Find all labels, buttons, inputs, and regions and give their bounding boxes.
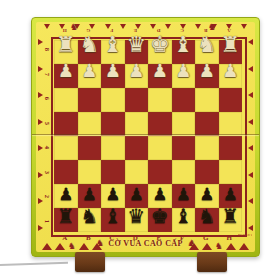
- square-g1[interactable]: ♞: [195, 208, 219, 232]
- square-d7[interactable]: ♟: [125, 64, 149, 88]
- square-d6[interactable]: [125, 88, 149, 112]
- product-photo: ♞ ♞ ABCDEFGH 87654321 87654321 ♜♞♝♛♚♝♞♜♟…: [0, 0, 280, 280]
- board-fold-hinge-line: [32, 134, 259, 135]
- square-c5[interactable]: [101, 112, 125, 136]
- knight-motif: ♞: [96, 239, 104, 248]
- square-f1[interactable]: ♝: [172, 208, 196, 232]
- piece-white-rook[interactable]: ♜: [56, 34, 76, 56]
- square-e4[interactable]: [148, 136, 172, 160]
- square-f3[interactable]: [172, 160, 196, 184]
- square-f7[interactable]: ♟: [172, 64, 196, 88]
- piece-white-bishop[interactable]: ♝: [103, 34, 123, 56]
- piece-black-pawn[interactable]: ♟: [176, 186, 191, 203]
- square-h3[interactable]: [219, 160, 243, 184]
- square-c3[interactable]: [101, 160, 125, 184]
- piece-black-pawn[interactable]: ♟: [223, 186, 238, 203]
- square-b3[interactable]: [78, 160, 102, 184]
- board-frame: ♜♞♝♛♚♝♞♜♟♟♟♟♟♟♟♟♟♟♟♟♟♟♟♟♜♞♝♛♚♝♞♜: [51, 37, 247, 237]
- piece-black-rook[interactable]: ♜: [57, 206, 75, 226]
- square-e3[interactable]: [148, 160, 172, 184]
- piece-white-pawn[interactable]: ♟: [199, 62, 215, 80]
- piece-black-queen[interactable]: ♛: [127, 206, 145, 226]
- square-h5[interactable]: [219, 112, 243, 136]
- square-e6[interactable]: [148, 88, 172, 112]
- piece-black-king[interactable]: ♚: [151, 206, 169, 226]
- piece-black-bishop[interactable]: ♝: [174, 206, 192, 226]
- square-c1[interactable]: ♝: [101, 208, 125, 232]
- board-grid: ♜♞♝♛♚♝♞♜♟♟♟♟♟♟♟♟♟♟♟♟♟♟♟♟♜♞♝♛♚♝♞♜: [54, 40, 242, 232]
- triangle-ornament: [248, 225, 253, 231]
- piece-white-pawn[interactable]: ♟: [58, 62, 74, 80]
- chess-board: ♞ ♞ ABCDEFGH 87654321 87654321 ♜♞♝♛♚♝♞♜♟…: [31, 17, 260, 257]
- piece-black-bishop[interactable]: ♝: [104, 206, 122, 226]
- piece-white-knight[interactable]: ♞: [197, 34, 217, 56]
- piece-white-king[interactable]: ♚: [150, 34, 170, 56]
- piece-black-pawn[interactable]: ♟: [82, 186, 97, 203]
- square-a7[interactable]: ♟: [54, 64, 78, 88]
- square-f5[interactable]: [172, 112, 196, 136]
- board-title: CỜ VUA CAO CẤP: [108, 239, 183, 248]
- square-g4[interactable]: [195, 136, 219, 160]
- knight-motif: ♞: [187, 239, 195, 248]
- square-c6[interactable]: [101, 88, 125, 112]
- square-b7[interactable]: ♟: [78, 64, 102, 88]
- square-b4[interactable]: [78, 136, 102, 160]
- square-c7[interactable]: ♟: [101, 64, 125, 88]
- square-a5[interactable]: [54, 112, 78, 136]
- square-h1[interactable]: ♜: [219, 208, 243, 232]
- piece-white-pawn[interactable]: ♟: [222, 62, 238, 80]
- square-h6[interactable]: [219, 88, 243, 112]
- square-e5[interactable]: [148, 112, 172, 136]
- piece-white-pawn[interactable]: ♟: [152, 62, 168, 80]
- piece-white-queen[interactable]: ♛: [126, 34, 146, 56]
- square-a1[interactable]: ♜: [54, 208, 78, 232]
- clasp-latch-right: [197, 252, 227, 272]
- square-e7[interactable]: ♟: [148, 64, 172, 88]
- border-triangles-right: [248, 39, 253, 231]
- square-f4[interactable]: [172, 136, 196, 160]
- square-b6[interactable]: [78, 88, 102, 112]
- piece-black-knight[interactable]: ♞: [80, 206, 98, 226]
- maker-mark: Made in Viet Nam: [238, 234, 252, 238]
- square-b5[interactable]: [78, 112, 102, 136]
- square-a4[interactable]: [54, 136, 78, 160]
- square-d1[interactable]: ♛: [125, 208, 149, 232]
- square-a6[interactable]: [54, 88, 78, 112]
- piece-black-pawn[interactable]: ♟: [152, 186, 167, 203]
- piece-white-pawn[interactable]: ♟: [175, 62, 191, 80]
- piece-white-bishop[interactable]: ♝: [173, 34, 193, 56]
- piece-white-pawn[interactable]: ♟: [81, 62, 97, 80]
- piece-black-knight[interactable]: ♞: [198, 206, 216, 226]
- square-f6[interactable]: [172, 88, 196, 112]
- piece-black-pawn[interactable]: ♟: [129, 186, 144, 203]
- piece-black-rook[interactable]: ♜: [221, 206, 239, 226]
- piece-white-knight[interactable]: ♞: [79, 34, 99, 56]
- square-d3[interactable]: [125, 160, 149, 184]
- square-d4[interactable]: [125, 136, 149, 160]
- triangle-ornament: [44, 24, 50, 29]
- square-b1[interactable]: ♞: [78, 208, 102, 232]
- table-edge-line: [0, 262, 68, 266]
- piece-black-pawn[interactable]: ♟: [58, 186, 73, 203]
- piece-white-pawn[interactable]: ♟: [128, 62, 144, 80]
- piece-black-pawn[interactable]: ♟: [199, 186, 214, 203]
- piece-black-pawn[interactable]: ♟: [105, 186, 120, 203]
- square-g5[interactable]: [195, 112, 219, 136]
- square-g3[interactable]: [195, 160, 219, 184]
- board-title-area: ♞ CỜ VUA CAO CẤP ♞: [36, 239, 255, 248]
- piece-white-pawn[interactable]: ♟: [105, 62, 121, 80]
- board-face: ♞ ♞ ABCDEFGH 87654321 87654321 ♜♞♝♛♚♝♞♜♟…: [36, 22, 255, 252]
- square-e1[interactable]: ♚: [148, 208, 172, 232]
- piece-white-rook[interactable]: ♜: [220, 34, 240, 56]
- square-g6[interactable]: [195, 88, 219, 112]
- clasp-latch-left: [75, 252, 105, 272]
- square-g7[interactable]: ♟: [195, 64, 219, 88]
- triangle-ornament: [241, 24, 247, 29]
- square-c4[interactable]: [101, 136, 125, 160]
- square-a3[interactable]: [54, 160, 78, 184]
- square-h4[interactable]: [219, 136, 243, 160]
- square-d5[interactable]: [125, 112, 149, 136]
- square-h7[interactable]: ♟: [219, 64, 243, 88]
